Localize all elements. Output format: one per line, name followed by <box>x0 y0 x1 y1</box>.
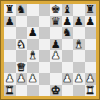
square-d3[interactable] <box>39 62 51 74</box>
square-g6[interactable] <box>73 27 85 39</box>
square-h1[interactable]: ♜ <box>85 85 97 97</box>
square-d5[interactable] <box>39 39 51 51</box>
black-queen: ♛ <box>51 16 61 28</box>
square-h8[interactable]: ♜ <box>85 4 97 16</box>
square-b8[interactable]: ♞ <box>16 4 28 16</box>
square-g4[interactable] <box>73 50 85 62</box>
square-d8[interactable] <box>39 4 51 16</box>
square-c6[interactable]: ♟ <box>27 27 39 39</box>
square-f6[interactable]: ♞ <box>62 27 74 39</box>
white-pawn: ♟ <box>51 50 61 62</box>
square-d6[interactable] <box>39 27 51 39</box>
white-rook: ♜ <box>5 85 15 97</box>
black-king: ♚ <box>51 4 61 16</box>
white-pawn: ♟ <box>62 73 72 85</box>
white-pawn: ♟ <box>28 73 38 85</box>
square-b6[interactable] <box>16 27 28 39</box>
square-a5[interactable] <box>4 39 16 51</box>
square-c4[interactable]: ♝ <box>27 50 39 62</box>
square-f1[interactable] <box>62 85 74 97</box>
square-b4[interactable] <box>16 50 28 62</box>
square-g5[interactable]: ♝ <box>73 39 85 51</box>
white-king: ♚ <box>51 85 61 97</box>
black-rook: ♜ <box>5 4 15 16</box>
square-h3[interactable] <box>85 62 97 74</box>
white-queen: ♛ <box>16 62 26 74</box>
white-bishop: ♝ <box>28 50 38 62</box>
square-e4[interactable]: ♟ <box>50 50 62 62</box>
square-e2[interactable] <box>50 73 62 85</box>
square-f4[interactable] <box>62 50 74 62</box>
square-h5[interactable] <box>85 39 97 51</box>
square-f2[interactable]: ♟ <box>62 73 74 85</box>
square-b3[interactable]: ♛ <box>16 62 28 74</box>
square-a2[interactable]: ♟ <box>4 73 16 85</box>
square-g8[interactable] <box>73 4 85 16</box>
black-pawn: ♟ <box>74 16 84 28</box>
square-e3[interactable] <box>50 62 62 74</box>
square-e8[interactable]: ♚ <box>50 4 62 16</box>
square-d7[interactable] <box>39 16 51 28</box>
square-c2[interactable]: ♟ <box>27 73 39 85</box>
square-a7[interactable]: ♟ <box>4 16 16 28</box>
square-g3[interactable] <box>73 62 85 74</box>
square-h7[interactable]: ♟ <box>85 16 97 28</box>
black-knight: ♞ <box>16 4 26 16</box>
square-f5[interactable] <box>62 39 74 51</box>
square-d1[interactable] <box>39 85 51 97</box>
square-g2[interactable]: ♟ <box>73 73 85 85</box>
white-knight: ♞ <box>16 39 26 51</box>
black-pawn: ♟ <box>28 27 38 39</box>
black-pawn: ♟ <box>62 16 72 28</box>
square-b2[interactable]: ♟ <box>16 73 28 85</box>
square-e7[interactable]: ♛ <box>50 16 62 28</box>
square-e1[interactable]: ♚ <box>50 85 62 97</box>
square-c3[interactable] <box>27 62 39 74</box>
square-g1[interactable] <box>73 85 85 97</box>
square-e6[interactable] <box>50 27 62 39</box>
square-a1[interactable]: ♜ <box>4 85 16 97</box>
square-c1[interactable] <box>27 85 39 97</box>
white-pawn: ♟ <box>16 73 26 85</box>
square-d4[interactable] <box>39 50 51 62</box>
black-bishop: ♝ <box>62 4 72 16</box>
white-rook: ♜ <box>85 85 95 97</box>
square-f7[interactable]: ♟ <box>62 16 74 28</box>
white-pawn: ♟ <box>85 73 95 85</box>
board-frame: ♜♞♚♝♜♟♛♟♟♟♟♞♞♟♝♝♟♛♟♟♟♟♟♟♜♚♜ <box>0 0 100 100</box>
square-b1[interactable] <box>16 85 28 97</box>
square-c7[interactable] <box>27 16 39 28</box>
black-pawn: ♟ <box>5 16 15 28</box>
white-bishop: ♝ <box>74 39 84 51</box>
square-b5[interactable]: ♞ <box>16 39 28 51</box>
square-e5[interactable]: ♟ <box>50 39 62 51</box>
square-h6[interactable] <box>85 27 97 39</box>
white-pawn: ♟ <box>5 73 15 85</box>
square-f8[interactable]: ♝ <box>62 4 74 16</box>
square-c8[interactable] <box>27 4 39 16</box>
square-a3[interactable] <box>4 62 16 74</box>
square-b7[interactable] <box>16 16 28 28</box>
square-g7[interactable]: ♟ <box>73 16 85 28</box>
square-a8[interactable]: ♜ <box>4 4 16 16</box>
square-h2[interactable]: ♟ <box>85 73 97 85</box>
black-rook: ♜ <box>85 4 95 16</box>
white-pawn: ♟ <box>74 73 84 85</box>
square-d2[interactable] <box>39 73 51 85</box>
square-c5[interactable] <box>27 39 39 51</box>
chess-board: ♜♞♚♝♜♟♛♟♟♟♟♞♞♟♝♝♟♛♟♟♟♟♟♟♜♚♜ <box>4 4 96 96</box>
black-knight: ♞ <box>62 27 72 39</box>
square-a4[interactable] <box>4 50 16 62</box>
black-pawn: ♟ <box>51 39 61 51</box>
square-h4[interactable] <box>85 50 97 62</box>
square-a6[interactable] <box>4 27 16 39</box>
square-f3[interactable] <box>62 62 74 74</box>
black-pawn: ♟ <box>85 16 95 28</box>
